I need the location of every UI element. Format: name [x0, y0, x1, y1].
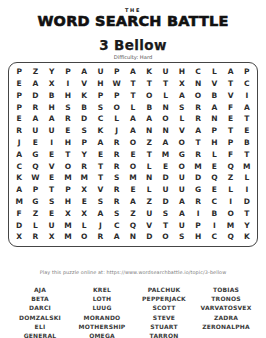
grid-cell[interactable]: U: [174, 172, 190, 184]
grid-cell[interactable]: A: [76, 66, 92, 78]
grid-cell[interactable]: S: [157, 208, 173, 220]
grid-cell[interactable]: A: [109, 231, 125, 243]
grid-cell[interactable]: Q: [125, 219, 141, 231]
grid-cell[interactable]: W: [27, 172, 43, 184]
word-item[interactable]: TARRON: [150, 331, 179, 338]
grid-cell[interactable]: T: [92, 172, 108, 184]
grid-cell[interactable]: G: [27, 196, 43, 208]
word-item[interactable]: ELI: [35, 322, 46, 331]
grid-cell[interactable]: A: [125, 66, 141, 78]
word-item[interactable]: OMEGA: [89, 331, 115, 338]
grid-cell[interactable]: Q: [222, 231, 238, 243]
word-item[interactable]: GENERAL: [24, 331, 57, 338]
grid-cell[interactable]: S: [109, 208, 125, 220]
grid-cell[interactable]: O: [76, 231, 92, 243]
grid-cell[interactable]: A: [174, 208, 190, 220]
grid-cell[interactable]: T: [157, 219, 173, 231]
grid-cell[interactable]: K: [76, 90, 92, 102]
grid-cell[interactable]: E: [60, 125, 76, 137]
word-item[interactable]: TRONOS: [211, 294, 240, 303]
grid-cell[interactable]: O: [222, 208, 238, 220]
grid-cell[interactable]: P: [92, 90, 108, 102]
grid-cell[interactable]: C: [11, 160, 27, 172]
grid-cell[interactable]: U: [44, 125, 60, 137]
grid-cell[interactable]: M: [76, 172, 92, 184]
grid-cell[interactable]: I: [239, 184, 255, 196]
grid-cell[interactable]: R: [109, 160, 125, 172]
grid-cell[interactable]: T: [239, 208, 255, 220]
grid-cell[interactable]: K: [92, 125, 108, 137]
grid-cell[interactable]: N: [157, 125, 173, 137]
grid-cell[interactable]: E: [11, 78, 27, 90]
grid-cell[interactable]: R: [109, 196, 125, 208]
grid-cell[interactable]: F: [222, 101, 238, 113]
brand-logo: WORD SEARCH BATTLE: [0, 13, 266, 29]
grid-cell[interactable]: I: [44, 137, 60, 149]
grid-cell[interactable]: Y: [76, 149, 92, 161]
grid-cell[interactable]: O: [141, 90, 157, 102]
grid-cell[interactable]: D: [76, 113, 92, 125]
grid-cell[interactable]: L: [174, 113, 190, 125]
grid-cell[interactable]: I: [222, 196, 238, 208]
grid-cell[interactable]: Z: [27, 66, 43, 78]
grid-cell[interactable]: L: [239, 172, 255, 184]
grid-cell[interactable]: R: [190, 113, 206, 125]
grid-cell[interactable]: T: [60, 149, 76, 161]
word-item[interactable]: LOTH: [93, 294, 112, 303]
grid-cell[interactable]: T: [222, 78, 238, 90]
grid-cell[interactable]: A: [125, 196, 141, 208]
grid-cell[interactable]: E: [44, 172, 60, 184]
grid-cell[interactable]: B: [239, 137, 255, 149]
grid-cell[interactable]: P: [60, 184, 76, 196]
grid-cell[interactable]: D: [141, 231, 157, 243]
grid-cell[interactable]: E: [206, 184, 222, 196]
grid-cell[interactable]: W: [109, 78, 125, 90]
grid-cell[interactable]: S: [92, 196, 108, 208]
grid-cell[interactable]: H: [92, 78, 108, 90]
grid-cell[interactable]: L: [125, 101, 141, 113]
grid-cell[interactable]: I: [60, 78, 76, 90]
grid-cell[interactable]: A: [44, 113, 60, 125]
play-online-text: Play this puzzle online at:: [40, 269, 107, 275]
grid-cell[interactable]: E: [44, 208, 60, 220]
grid-cell[interactable]: V: [44, 160, 60, 172]
grid-cell[interactable]: Z: [222, 172, 238, 184]
word-item[interactable]: TOBIAS: [213, 285, 239, 294]
grid-cell[interactable]: P: [60, 66, 76, 78]
word-item[interactable]: STEVE: [153, 313, 175, 322]
grid-cell[interactable]: O: [190, 90, 206, 102]
grid-cell[interactable]: E: [76, 196, 92, 208]
puzzle-page: THE WORD SEARCH BATTLE 3 Bellow Difficul…: [0, 0, 266, 338]
grid-cell[interactable]: D: [190, 172, 206, 184]
grid-cell[interactable]: O: [157, 231, 173, 243]
grid-cell[interactable]: M: [11, 196, 27, 208]
grid-cell[interactable]: T: [157, 78, 173, 90]
grid-cell[interactable]: U: [157, 66, 173, 78]
grid-cell[interactable]: L: [222, 184, 238, 196]
grid-cell[interactable]: S: [109, 172, 125, 184]
grid-cell[interactable]: H: [174, 66, 190, 78]
grid-cell[interactable]: R: [109, 137, 125, 149]
grid-cell[interactable]: C: [239, 78, 255, 90]
grid-cell[interactable]: A: [125, 113, 141, 125]
grid-cell[interactable]: X: [174, 78, 190, 90]
word-search-grid: PZYPAUPAKUHCLAPEAXIVHWTTTXNVTCPDBHKPPTOL…: [8, 62, 258, 247]
grid-cell[interactable]: X: [60, 208, 76, 220]
grid-cell[interactable]: B: [206, 208, 222, 220]
grid-cell[interactable]: A: [157, 137, 173, 149]
grid-cell[interactable]: M: [157, 149, 173, 161]
grid-cell[interactable]: H: [44, 101, 60, 113]
grid-cell[interactable]: A: [27, 78, 43, 90]
grid-cell[interactable]: M: [222, 219, 238, 231]
grid-cell[interactable]: B: [206, 90, 222, 102]
grid-cell[interactable]: A: [11, 149, 27, 161]
grid-cell[interactable]: C: [109, 219, 125, 231]
grid-cell[interactable]: E: [92, 149, 108, 161]
grid-cell[interactable]: T: [125, 78, 141, 90]
grid-cell[interactable]: Q: [206, 172, 222, 184]
grid-cell[interactable]: O: [125, 160, 141, 172]
grid-cell[interactable]: O: [174, 160, 190, 172]
grid-cell[interactable]: I: [190, 208, 206, 220]
grid-cell[interactable]: M: [125, 172, 141, 184]
grid-cell[interactable]: R: [190, 196, 206, 208]
grid-cell[interactable]: N: [125, 231, 141, 243]
grid-cell[interactable]: P: [206, 125, 222, 137]
word-item[interactable]: MOTHERSHIP: [79, 322, 126, 331]
word-list-column: PALCHUKPEPPERJACKSCOTTSTEVESTUARTTARRON: [134, 285, 194, 338]
grid-cell[interactable]: R: [11, 125, 27, 137]
grid-cell[interactable]: R: [109, 149, 125, 161]
grid-cell[interactable]: L: [206, 66, 222, 78]
grid-cell[interactable]: P: [76, 137, 92, 149]
grid-cell[interactable]: D: [27, 90, 43, 102]
grid-cell[interactable]: T: [125, 90, 141, 102]
grid-cell[interactable]: E: [222, 113, 238, 125]
grid-cell[interactable]: P: [11, 101, 27, 113]
grid-cell[interactable]: J: [109, 125, 125, 137]
grid-cell[interactable]: O: [125, 137, 141, 149]
word-item[interactable]: LUUG: [92, 303, 111, 312]
puzzle-url[interactable]: https://www.wordsearchbattle.io/topic/3-…: [107, 269, 227, 275]
grid-cell[interactable]: G: [27, 149, 43, 161]
grid-cell[interactable]: C: [92, 113, 108, 125]
grid-cell[interactable]: U: [141, 208, 157, 220]
grid-cell[interactable]: J: [11, 137, 27, 149]
grid-cell[interactable]: S: [44, 196, 60, 208]
grid-cell[interactable]: M: [60, 219, 76, 231]
grid-cell[interactable]: X: [44, 78, 60, 90]
grid-cell[interactable]: O: [60, 160, 76, 172]
grid-cell[interactable]: F: [222, 149, 238, 161]
grid-cell[interactable]: H: [190, 231, 206, 243]
grid-cell[interactable]: T: [141, 149, 157, 161]
grid-cell[interactable]: K: [141, 66, 157, 78]
grid-cell[interactable]: Q: [222, 160, 238, 172]
grid-cell[interactable]: P: [109, 66, 125, 78]
grid-cell[interactable]: V: [76, 78, 92, 90]
grid-cell[interactable]: A: [190, 125, 206, 137]
grid-cell[interactable]: U: [174, 219, 190, 231]
grid-cell[interactable]: T: [239, 113, 255, 125]
word-item[interactable]: AJA: [34, 285, 46, 294]
grid-cell[interactable]: U: [174, 184, 190, 196]
grid-cell[interactable]: A: [92, 208, 108, 220]
grid-cell[interactable]: X: [76, 208, 92, 220]
grid-cell[interactable]: E: [239, 125, 255, 137]
grid-cell[interactable]: J: [92, 219, 108, 231]
grid-cell[interactable]: L: [141, 184, 157, 196]
grid-cell[interactable]: R: [190, 149, 206, 161]
play-online-line: Play this puzzle online at: https://www.…: [0, 269, 266, 275]
grid-cell[interactable]: G: [174, 149, 190, 161]
grid-cell[interactable]: P: [109, 90, 125, 102]
grid-cell[interactable]: X: [76, 184, 92, 196]
grid-cell[interactable]: Z: [141, 196, 157, 208]
grid-cell[interactable]: C: [190, 66, 206, 78]
grid-cell[interactable]: A: [206, 101, 222, 113]
puzzle-title: 3 Bellow: [0, 37, 266, 53]
word-item[interactable]: SCOTT: [152, 303, 175, 312]
grid-cell[interactable]: L: [27, 219, 43, 231]
word-item[interactable]: STUART: [150, 322, 177, 331]
grid-cell[interactable]: B: [44, 90, 60, 102]
grid-cell[interactable]: A: [141, 113, 157, 125]
grid-cell[interactable]: H: [206, 137, 222, 149]
grid-cell[interactable]: H: [60, 196, 76, 208]
grid-cell[interactable]: V: [141, 219, 157, 231]
grid-cell[interactable]: Z: [125, 208, 141, 220]
grid-cell[interactable]: Y: [239, 219, 255, 231]
grid-cell[interactable]: T: [44, 184, 60, 196]
grid-cell[interactable]: T: [239, 149, 255, 161]
grid-cell[interactable]: T: [141, 78, 157, 90]
grid-cell[interactable]: U: [92, 66, 108, 78]
word-list: AJABETADARCIDOMZALSKIELIGENERALKRELLOTHL…: [10, 285, 256, 338]
word-list-column: AJABETADARCIDOMZALSKIELIGENERAL: [10, 285, 70, 338]
grid-cell[interactable]: A: [125, 125, 141, 137]
word-item[interactable]: PEPPERJACK: [142, 294, 186, 303]
grid-cell[interactable]: N: [190, 78, 206, 90]
word-item[interactable]: KREL: [93, 285, 111, 294]
grid-cell[interactable]: G: [190, 184, 206, 196]
grid-cell[interactable]: R: [190, 101, 206, 113]
grid-cell[interactable]: N: [141, 125, 157, 137]
grid-cell[interactable]: M: [239, 160, 255, 172]
grid-cell[interactable]: E: [157, 160, 173, 172]
grid-cell[interactable]: A: [222, 66, 238, 78]
grid-cell[interactable]: M: [60, 231, 76, 243]
grid-cell[interactable]: O: [174, 137, 190, 149]
word-item[interactable]: ZERONALPHA: [202, 322, 250, 331]
grid-cell[interactable]: V: [92, 184, 108, 196]
grid-cell[interactable]: I: [239, 90, 255, 102]
grid-cell[interactable]: Z: [141, 137, 157, 149]
word-item[interactable]: ZADRA: [214, 313, 238, 322]
grid-cell[interactable]: V: [206, 78, 222, 90]
grid-cell[interactable]: T: [92, 160, 108, 172]
grid-cell[interactable]: C: [206, 231, 222, 243]
grid-cell[interactable]: O: [109, 101, 125, 113]
grid-cell[interactable]: N: [141, 172, 157, 184]
grid-cell[interactable]: H: [60, 90, 76, 102]
grid-cell[interactable]: X: [44, 231, 60, 243]
grid-cell[interactable]: A: [239, 101, 255, 113]
grid-cell[interactable]: N: [206, 113, 222, 125]
word-item[interactable]: VARVATOSVEX: [201, 303, 252, 312]
grid-cell[interactable]: R: [27, 231, 43, 243]
grid-cell[interactable]: R: [92, 231, 108, 243]
word-item[interactable]: DOMZALSKI: [19, 313, 61, 322]
grid-cell[interactable]: D: [157, 196, 173, 208]
difficulty-label: Difficulty: Hard: [0, 54, 266, 60]
grid-cell[interactable]: D: [239, 196, 255, 208]
grid-cell[interactable]: Q: [27, 160, 43, 172]
grid-cell[interactable]: E: [44, 149, 60, 161]
grid-cell[interactable]: P: [190, 219, 206, 231]
grid-cell[interactable]: D: [157, 172, 173, 184]
grid-cell[interactable]: S: [174, 231, 190, 243]
grid-cell[interactable]: P: [11, 90, 27, 102]
grid-cell[interactable]: E: [125, 149, 141, 161]
grid-cell[interactable]: C: [206, 196, 222, 208]
grid-cell[interactable]: U: [157, 184, 173, 196]
grid-cell[interactable]: V: [174, 125, 190, 137]
grid-cell[interactable]: H: [60, 137, 76, 149]
grid-cell[interactable]: R: [60, 113, 76, 125]
grid-cell[interactable]: E: [206, 160, 222, 172]
word-item[interactable]: PALCHUK: [148, 285, 181, 294]
word-list-column: KRELLOTHLUUGMORANDOMOTHERSHIPOMEGA: [72, 285, 132, 338]
grid-cell[interactable]: P: [239, 66, 255, 78]
grid-cell[interactable]: L: [206, 149, 222, 161]
grid-cell[interactable]: S: [76, 125, 92, 137]
word-item[interactable]: BETA: [31, 294, 49, 303]
grid-cell[interactable]: F: [11, 208, 27, 220]
grid-cell[interactable]: A: [92, 137, 108, 149]
grid-cell[interactable]: A: [11, 184, 27, 196]
grid-cell[interactable]: Y: [44, 66, 60, 78]
word-item[interactable]: MORANDO: [84, 313, 121, 322]
grid-cell[interactable]: M: [190, 160, 206, 172]
grid-cell[interactable]: E: [27, 137, 43, 149]
grid-cell[interactable]: S: [174, 101, 190, 113]
grid-cell[interactable]: L: [141, 160, 157, 172]
grid-cell[interactable]: P: [27, 184, 43, 196]
grid-cell[interactable]: L: [109, 113, 125, 125]
grid-cell[interactable]: A: [174, 90, 190, 102]
grid-cell[interactable]: R: [76, 160, 92, 172]
grid-cell[interactable]: R: [27, 101, 43, 113]
grid-cell[interactable]: D: [11, 219, 27, 231]
grid-cell[interactable]: I: [206, 219, 222, 231]
grid-cell[interactable]: K: [11, 172, 27, 184]
grid-cell[interactable]: K: [239, 231, 255, 243]
word-item[interactable]: DARCI: [29, 303, 51, 312]
grid-cell[interactable]: O: [157, 113, 173, 125]
grid-cell[interactable]: T: [190, 137, 206, 149]
grid-cell[interactable]: R: [109, 184, 125, 196]
grid-cell[interactable]: S: [92, 101, 108, 113]
grid-cell[interactable]: M: [60, 172, 76, 184]
grid-cell[interactable]: V: [222, 90, 238, 102]
grid-cell[interactable]: S: [60, 101, 76, 113]
grid-cell[interactable]: Z: [27, 208, 43, 220]
grid-cell[interactable]: U: [27, 125, 43, 137]
grid-cell[interactable]: L: [76, 219, 92, 231]
grid-cell[interactable]: P: [222, 137, 238, 149]
grid-cell[interactable]: X: [11, 231, 27, 243]
grid-cell[interactable]: U: [44, 219, 60, 231]
grid-cell[interactable]: B: [141, 101, 157, 113]
grid-cell[interactable]: E: [125, 184, 141, 196]
grid-cell[interactable]: B: [76, 101, 92, 113]
grid-cell[interactable]: T: [222, 125, 238, 137]
word-list-column: TOBIASTRONOSVARVATOSVEXZADRAZERONALPHA: [196, 285, 256, 338]
grid-cell[interactable]: A: [27, 113, 43, 125]
grid-cell[interactable]: P: [11, 66, 27, 78]
grid-cell[interactable]: E: [11, 113, 27, 125]
grid-cell[interactable]: L: [157, 90, 173, 102]
grid-cell[interactable]: N: [157, 101, 173, 113]
grid-cell[interactable]: A: [174, 196, 190, 208]
